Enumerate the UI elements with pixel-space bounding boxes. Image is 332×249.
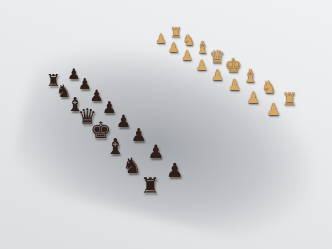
piece-white-pawn[interactable]: ♟ [181,49,193,63]
piece-black-pawn[interactable]: ♟ [148,143,165,162]
piece-black-pawn[interactable]: ♟ [102,100,117,116]
piece-white-pawn[interactable]: ♟ [211,68,224,83]
piece-white-knight[interactable]: ♞ [182,33,195,48]
piece-white-bishop[interactable]: ♝ [243,68,259,86]
piece-black-pawn[interactable]: ♟ [116,113,131,130]
piece-white-pawn[interactable]: ♟ [246,89,260,105]
piece-black-rook[interactable]: ♜ [140,174,159,196]
piece-white-rook[interactable]: ♜ [170,27,182,41]
piece-white-pawn[interactable]: ♟ [195,58,208,72]
piece-white-queen[interactable]: ♛ [209,48,225,66]
piece-black-knight[interactable]: ♞ [122,154,141,176]
piece-white-knight[interactable]: ♞ [261,79,277,96]
board-cast-shadow [6,21,332,249]
chess-set-render: ♜♞♝♛♚♝♞♜♟♟♟♟♟♟♟♟♟♟♟♟♟♟♟♟♜♞♝♛♚♝♞♜ [0,0,332,249]
piece-white-rook[interactable]: ♜ [282,91,297,108]
piece-white-bishop[interactable]: ♝ [195,40,209,56]
piece-black-pawn[interactable]: ♟ [131,127,147,145]
piece-white-pawn[interactable]: ♟ [155,33,167,46]
piece-white-king[interactable]: ♚ [225,56,242,75]
piece-white-pawn[interactable]: ♟ [266,102,281,118]
piece-white-pawn[interactable]: ♟ [168,41,180,54]
piece-black-pawn[interactable]: ♟ [166,161,183,180]
piece-white-pawn[interactable]: ♟ [228,78,242,93]
